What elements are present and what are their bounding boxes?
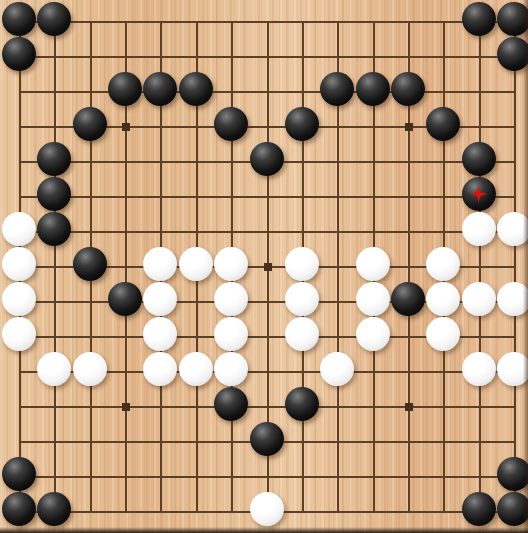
white-stone [320, 352, 354, 386]
star-point [122, 123, 130, 131]
black-stone [285, 387, 319, 421]
black-stone [391, 282, 425, 316]
black-stone [250, 142, 284, 176]
black-stone [214, 107, 248, 141]
white-stone [143, 317, 177, 351]
white-stone [285, 282, 319, 316]
white-stone [2, 317, 36, 351]
black-stone [108, 282, 142, 316]
white-stone [143, 247, 177, 281]
black-stone [2, 457, 36, 491]
star-point [122, 403, 130, 411]
star-point [264, 263, 272, 271]
white-stone [356, 247, 390, 281]
black-stone [143, 72, 177, 106]
black-stone [320, 72, 354, 106]
black-stone [73, 107, 107, 141]
black-stone [497, 457, 528, 491]
white-stone [462, 352, 496, 386]
black-stone [2, 37, 36, 71]
white-stone [356, 317, 390, 351]
black-stone [179, 72, 213, 106]
black-stone [73, 247, 107, 281]
black-stone [37, 177, 71, 211]
black-stone [462, 177, 496, 211]
white-stone [426, 247, 460, 281]
black-stone [462, 2, 496, 36]
go-board[interactable] [0, 0, 528, 533]
black-stone [497, 2, 528, 36]
black-stone [250, 422, 284, 456]
black-stone [214, 387, 248, 421]
white-stone [285, 317, 319, 351]
black-stone [37, 492, 71, 526]
black-stone [426, 107, 460, 141]
white-stone [2, 282, 36, 316]
white-stone [462, 282, 496, 316]
white-stone [497, 212, 528, 246]
white-stone [214, 317, 248, 351]
black-stone [37, 2, 71, 36]
white-stone [426, 317, 460, 351]
white-stone [462, 212, 496, 246]
white-stone [2, 247, 36, 281]
black-stone [2, 2, 36, 36]
white-stone [214, 247, 248, 281]
white-stone [426, 282, 460, 316]
star-point [405, 403, 413, 411]
white-stone [214, 282, 248, 316]
black-stone [497, 37, 528, 71]
grid-line-vertical [514, 21, 516, 513]
white-stone [73, 352, 107, 386]
black-stone [37, 142, 71, 176]
white-stone [497, 352, 528, 386]
black-stone [37, 212, 71, 246]
black-stone [462, 142, 496, 176]
black-stone [285, 107, 319, 141]
black-stone [391, 72, 425, 106]
white-stone [214, 352, 248, 386]
white-stone [179, 247, 213, 281]
grid-line-vertical [479, 21, 481, 513]
white-stone [250, 492, 284, 526]
last-move-marker [470, 186, 487, 203]
white-stone [2, 212, 36, 246]
white-stone [497, 282, 528, 316]
grid-line-horizontal [19, 406, 516, 408]
black-stone [2, 492, 36, 526]
black-stone [497, 492, 528, 526]
grid-line-horizontal [19, 476, 516, 478]
star-point [405, 123, 413, 131]
white-stone [356, 282, 390, 316]
black-stone [462, 492, 496, 526]
white-stone [143, 352, 177, 386]
white-stone [143, 282, 177, 316]
white-stone [37, 352, 71, 386]
white-stone [179, 352, 213, 386]
black-stone [356, 72, 390, 106]
white-stone [285, 247, 319, 281]
black-stone [108, 72, 142, 106]
